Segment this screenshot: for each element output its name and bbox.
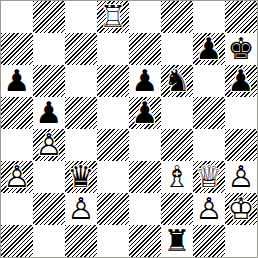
square-c8[interactable] (65, 1, 97, 33)
square-f7[interactable] (161, 33, 193, 65)
square-b3[interactable] (33, 161, 65, 193)
piece-wB-f3: ♝♗ (161, 161, 193, 193)
piece-wQ-g3: ♛♕ (193, 161, 225, 193)
square-c5[interactable] (65, 97, 97, 129)
square-b8[interactable] (33, 1, 65, 33)
piece-wP-b4: ♟♙ (33, 129, 65, 161)
square-e1[interactable] (129, 225, 161, 257)
square-c2[interactable]: ♟♙ (65, 193, 97, 225)
square-g4[interactable] (193, 129, 225, 161)
square-c7[interactable] (65, 33, 97, 65)
piece-wP-g2: ♟♙ (193, 193, 225, 225)
square-d4[interactable] (97, 129, 129, 161)
square-g3[interactable]: ♛♕ (193, 161, 225, 193)
piece-bP-a6: ♟ (1, 65, 33, 97)
chess-board: ♜♖♟♚♟♟♞♟♟♟♟♙♟♙♛♝♗♛♕♟♙♟♙♟♙♚♔♜ (1, 1, 257, 257)
piece-wP-h3: ♟♙ (225, 161, 257, 193)
square-c4[interactable] (65, 129, 97, 161)
square-e4[interactable] (129, 129, 161, 161)
square-g8[interactable] (193, 1, 225, 33)
square-g5[interactable] (193, 97, 225, 129)
square-a3[interactable]: ♟♙ (1, 161, 33, 193)
square-a5[interactable] (1, 97, 33, 129)
square-d3[interactable] (97, 161, 129, 193)
square-f4[interactable] (161, 129, 193, 161)
square-g2[interactable]: ♟♙ (193, 193, 225, 225)
square-b1[interactable] (33, 225, 65, 257)
square-a2[interactable] (1, 193, 33, 225)
square-b2[interactable] (33, 193, 65, 225)
square-f6[interactable]: ♞ (161, 65, 193, 97)
square-h7[interactable]: ♚ (225, 33, 257, 65)
square-h6[interactable]: ♟ (225, 65, 257, 97)
square-g7[interactable]: ♟ (193, 33, 225, 65)
square-f5[interactable] (161, 97, 193, 129)
square-d2[interactable] (97, 193, 129, 225)
square-e6[interactable]: ♟ (129, 65, 161, 97)
square-f2[interactable] (161, 193, 193, 225)
square-d7[interactable] (97, 33, 129, 65)
square-c6[interactable] (65, 65, 97, 97)
square-d5[interactable] (97, 97, 129, 129)
piece-bK-h7: ♚ (225, 33, 257, 65)
square-a6[interactable]: ♟ (1, 65, 33, 97)
square-d8[interactable]: ♜♖ (97, 1, 129, 33)
square-b6[interactable] (33, 65, 65, 97)
square-g1[interactable] (193, 225, 225, 257)
square-a8[interactable] (1, 1, 33, 33)
square-a1[interactable] (1, 225, 33, 257)
square-b4[interactable]: ♟♙ (33, 129, 65, 161)
piece-wP-c2: ♟♙ (65, 193, 97, 225)
chess-diagram: ♜♖♟♚♟♟♞♟♟♟♟♙♟♙♛♝♗♛♕♟♙♟♙♟♙♚♔♜ (0, 0, 258, 258)
square-h8[interactable] (225, 1, 257, 33)
square-e7[interactable] (129, 33, 161, 65)
square-a4[interactable] (1, 129, 33, 161)
square-h2[interactable]: ♚♔ (225, 193, 257, 225)
square-h1[interactable] (225, 225, 257, 257)
piece-bP-g7: ♟ (193, 33, 225, 65)
piece-bR-f1: ♜ (161, 225, 193, 257)
square-e5[interactable]: ♟ (129, 97, 161, 129)
piece-wK-h2: ♚♔ (225, 193, 257, 225)
square-g6[interactable] (193, 65, 225, 97)
piece-bN-f6: ♞ (161, 65, 193, 97)
piece-bP-e5: ♟ (129, 97, 161, 129)
square-b5[interactable]: ♟ (33, 97, 65, 129)
square-f8[interactable] (161, 1, 193, 33)
square-f1[interactable]: ♜ (161, 225, 193, 257)
square-f3[interactable]: ♝♗ (161, 161, 193, 193)
square-h5[interactable] (225, 97, 257, 129)
piece-bQ-c3: ♛ (65, 161, 97, 193)
piece-wR-d8: ♜♖ (97, 1, 129, 33)
piece-bP-h6: ♟ (225, 65, 257, 97)
piece-wP-a3: ♟♙ (1, 161, 33, 193)
square-e8[interactable] (129, 1, 161, 33)
square-h4[interactable] (225, 129, 257, 161)
square-h3[interactable]: ♟♙ (225, 161, 257, 193)
square-d6[interactable] (97, 65, 129, 97)
square-e2[interactable] (129, 193, 161, 225)
square-a7[interactable] (1, 33, 33, 65)
square-e3[interactable] (129, 161, 161, 193)
square-c3[interactable]: ♛ (65, 161, 97, 193)
piece-bP-e6: ♟ (129, 65, 161, 97)
square-c1[interactable] (65, 225, 97, 257)
square-d1[interactable] (97, 225, 129, 257)
square-b7[interactable] (33, 33, 65, 65)
piece-bP-b5: ♟ (33, 97, 65, 129)
